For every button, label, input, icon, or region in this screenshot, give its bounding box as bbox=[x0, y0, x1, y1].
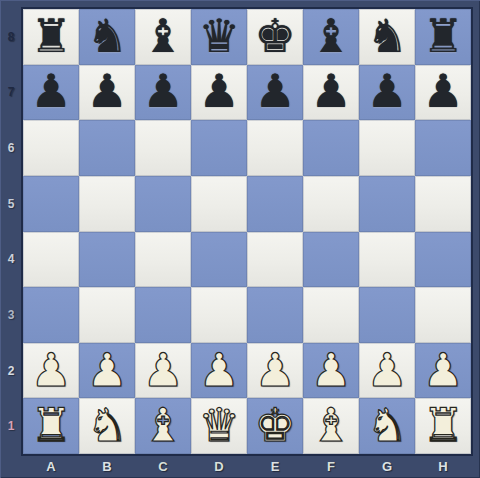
square-a8[interactable]: ♜ bbox=[23, 9, 79, 65]
board-frame: 87654321 ♜♞♝♛♚♝♞♜♟♟♟♟♟♟♟♟♟♟♟♟♟♟♟♟♜♞♝♛♚♝♞… bbox=[0, 0, 480, 478]
white-rook[interactable]: ♜ bbox=[30, 402, 71, 448]
square-a3[interactable] bbox=[23, 287, 79, 343]
black-pawn[interactable]: ♟ bbox=[254, 68, 295, 114]
square-g3[interactable] bbox=[359, 287, 415, 343]
square-e3[interactable] bbox=[247, 287, 303, 343]
square-b7[interactable]: ♟ bbox=[79, 65, 135, 121]
black-rook[interactable]: ♜ bbox=[422, 13, 463, 59]
square-a5[interactable] bbox=[23, 176, 79, 232]
square-c1[interactable]: ♝ bbox=[135, 398, 191, 454]
rank-label-3: 3 bbox=[0, 287, 22, 343]
black-pawn[interactable]: ♟ bbox=[30, 68, 71, 114]
square-f6[interactable] bbox=[303, 120, 359, 176]
square-c4[interactable] bbox=[135, 232, 191, 288]
square-g4[interactable] bbox=[359, 232, 415, 288]
white-pawn[interactable]: ♟ bbox=[30, 347, 71, 393]
square-d5[interactable] bbox=[191, 176, 247, 232]
square-e7[interactable]: ♟ bbox=[247, 65, 303, 121]
square-b8[interactable]: ♞ bbox=[79, 9, 135, 65]
square-c2[interactable]: ♟ bbox=[135, 343, 191, 399]
white-pawn[interactable]: ♟ bbox=[86, 347, 127, 393]
square-d1[interactable]: ♛ bbox=[191, 398, 247, 454]
square-e1[interactable]: ♚ bbox=[247, 398, 303, 454]
white-king[interactable]: ♚ bbox=[254, 402, 295, 448]
square-h4[interactable] bbox=[415, 232, 471, 288]
square-b1[interactable]: ♞ bbox=[79, 398, 135, 454]
square-d3[interactable] bbox=[191, 287, 247, 343]
square-h6[interactable] bbox=[415, 120, 471, 176]
square-d2[interactable]: ♟ bbox=[191, 343, 247, 399]
square-c3[interactable] bbox=[135, 287, 191, 343]
square-f4[interactable] bbox=[303, 232, 359, 288]
square-g8[interactable]: ♞ bbox=[359, 9, 415, 65]
black-knight[interactable]: ♞ bbox=[366, 13, 407, 59]
black-rook[interactable]: ♜ bbox=[30, 13, 71, 59]
rank-label-2: 2 bbox=[0, 343, 22, 399]
square-h3[interactable] bbox=[415, 287, 471, 343]
square-f5[interactable] bbox=[303, 176, 359, 232]
black-bishop[interactable]: ♝ bbox=[142, 13, 183, 59]
square-c6[interactable] bbox=[135, 120, 191, 176]
square-b2[interactable]: ♟ bbox=[79, 343, 135, 399]
rank-labels: 87654321 bbox=[0, 9, 22, 454]
file-labels: ABCDEFGH bbox=[23, 455, 471, 477]
square-d8[interactable]: ♛ bbox=[191, 9, 247, 65]
square-b3[interactable] bbox=[79, 287, 135, 343]
square-b5[interactable] bbox=[79, 176, 135, 232]
white-bishop[interactable]: ♝ bbox=[142, 402, 183, 448]
white-queen[interactable]: ♛ bbox=[198, 402, 239, 448]
white-pawn[interactable]: ♟ bbox=[142, 347, 183, 393]
black-pawn[interactable]: ♟ bbox=[86, 68, 127, 114]
square-e4[interactable] bbox=[247, 232, 303, 288]
square-a7[interactable]: ♟ bbox=[23, 65, 79, 121]
file-label-a: A bbox=[23, 455, 79, 477]
file-label-g: G bbox=[359, 455, 415, 477]
square-g7[interactable]: ♟ bbox=[359, 65, 415, 121]
square-c5[interactable] bbox=[135, 176, 191, 232]
square-a2[interactable]: ♟ bbox=[23, 343, 79, 399]
white-pawn[interactable]: ♟ bbox=[366, 347, 407, 393]
square-c7[interactable]: ♟ bbox=[135, 65, 191, 121]
black-knight[interactable]: ♞ bbox=[86, 13, 127, 59]
black-bishop[interactable]: ♝ bbox=[310, 13, 351, 59]
square-g1[interactable]: ♞ bbox=[359, 398, 415, 454]
square-h8[interactable]: ♜ bbox=[415, 9, 471, 65]
square-a4[interactable] bbox=[23, 232, 79, 288]
black-pawn[interactable]: ♟ bbox=[198, 68, 239, 114]
white-pawn[interactable]: ♟ bbox=[198, 347, 239, 393]
square-g6[interactable] bbox=[359, 120, 415, 176]
black-pawn[interactable]: ♟ bbox=[422, 68, 463, 114]
square-h5[interactable] bbox=[415, 176, 471, 232]
square-g5[interactable] bbox=[359, 176, 415, 232]
rank-label-6: 6 bbox=[0, 120, 22, 176]
square-f8[interactable]: ♝ bbox=[303, 9, 359, 65]
square-f7[interactable]: ♟ bbox=[303, 65, 359, 121]
square-e8[interactable]: ♚ bbox=[247, 9, 303, 65]
white-pawn[interactable]: ♟ bbox=[422, 347, 463, 393]
square-h2[interactable]: ♟ bbox=[415, 343, 471, 399]
square-d7[interactable]: ♟ bbox=[191, 65, 247, 121]
file-label-d: D bbox=[191, 455, 247, 477]
square-b6[interactable] bbox=[79, 120, 135, 176]
rank-label-1: 1 bbox=[0, 398, 22, 454]
black-pawn[interactable]: ♟ bbox=[142, 68, 183, 114]
black-pawn[interactable]: ♟ bbox=[310, 68, 351, 114]
rank-label-4: 4 bbox=[0, 232, 22, 288]
square-f1[interactable]: ♝ bbox=[303, 398, 359, 454]
square-f3[interactable] bbox=[303, 287, 359, 343]
square-e5[interactable] bbox=[247, 176, 303, 232]
square-c8[interactable]: ♝ bbox=[135, 9, 191, 65]
file-label-b: B bbox=[79, 455, 135, 477]
square-g2[interactable]: ♟ bbox=[359, 343, 415, 399]
white-pawn[interactable]: ♟ bbox=[254, 347, 295, 393]
square-h1[interactable]: ♜ bbox=[415, 398, 471, 454]
square-f2[interactable]: ♟ bbox=[303, 343, 359, 399]
chess-board[interactable]: ♜♞♝♛♚♝♞♜♟♟♟♟♟♟♟♟♟♟♟♟♟♟♟♟♜♞♝♛♚♝♞♜ bbox=[23, 9, 471, 454]
file-label-e: E bbox=[247, 455, 303, 477]
square-h7[interactable]: ♟ bbox=[415, 65, 471, 121]
white-bishop[interactable]: ♝ bbox=[310, 402, 351, 448]
square-a6[interactable] bbox=[23, 120, 79, 176]
black-king[interactable]: ♚ bbox=[254, 13, 295, 59]
black-queen[interactable]: ♛ bbox=[198, 13, 239, 59]
square-b4[interactable] bbox=[79, 232, 135, 288]
file-label-f: F bbox=[303, 455, 359, 477]
rank-label-5: 5 bbox=[0, 176, 22, 232]
file-label-h: H bbox=[415, 455, 471, 477]
white-knight[interactable]: ♞ bbox=[86, 402, 127, 448]
white-pawn[interactable]: ♟ bbox=[310, 347, 351, 393]
white-knight[interactable]: ♞ bbox=[366, 402, 407, 448]
black-pawn[interactable]: ♟ bbox=[366, 68, 407, 114]
square-e6[interactable] bbox=[247, 120, 303, 176]
rank-label-7: 7 bbox=[0, 65, 22, 121]
file-label-c: C bbox=[135, 455, 191, 477]
white-rook[interactable]: ♜ bbox=[422, 402, 463, 448]
square-e2[interactable]: ♟ bbox=[247, 343, 303, 399]
square-a1[interactable]: ♜ bbox=[23, 398, 79, 454]
square-d4[interactable] bbox=[191, 232, 247, 288]
rank-label-8: 8 bbox=[0, 9, 22, 65]
square-d6[interactable] bbox=[191, 120, 247, 176]
